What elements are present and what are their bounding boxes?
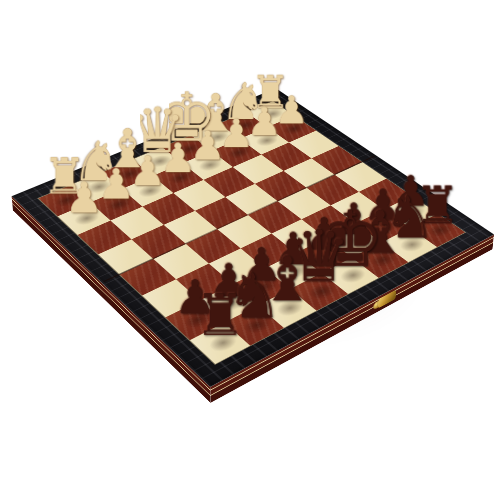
pawn-glyph: ♟ bbox=[98, 165, 135, 204]
pawn-glyph: ♟ bbox=[65, 178, 103, 218]
rook-glyph: ♜ bbox=[195, 289, 246, 343]
black-rook-a8[interactable]: ♜ bbox=[198, 248, 241, 343]
brass-clasp bbox=[373, 288, 398, 312]
chess-set-photo: ♜♞♟♝♟♚♟♛♟♝♟♞♟♜♟♟♟♟♜♟♞♟♝♟♚♟♛♟♝♟♞♜ bbox=[0, 0, 500, 500]
white-pawn-a2[interactable]: ♟ bbox=[65, 134, 103, 218]
chess-board: ♜♞♟♝♟♚♟♛♟♝♟♞♟♜♟♟♟♟♜♟♞♟♝♟♚♟♛♟♝♟♞♜ bbox=[12, 88, 494, 387]
scene: ♜♞♟♝♟♚♟♛♟♝♟♞♟♜♟♟♟♟♜♟♞♟♝♟♚♟♛♟♝♟♞♜ bbox=[0, 0, 500, 500]
clasp-plate-icon bbox=[378, 290, 396, 309]
